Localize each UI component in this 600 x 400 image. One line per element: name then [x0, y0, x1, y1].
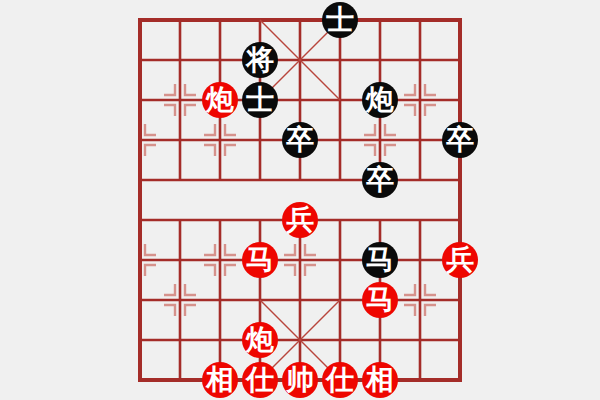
- pieces-layer: 士将炮士炮卒卒卒兵马马兵马炮相仕帅仕相: [120, 0, 480, 400]
- red-cannon[interactable]: 炮: [202, 82, 238, 118]
- red-soldier[interactable]: 兵: [442, 242, 478, 278]
- xiangqi-board: 士将炮士炮卒卒卒兵马马兵马炮相仕帅仕相: [0, 0, 600, 400]
- red-elephant[interactable]: 相: [362, 362, 398, 398]
- red-horse[interactable]: 马: [242, 242, 278, 278]
- red-advisor[interactable]: 仕: [322, 362, 358, 398]
- black-advisor[interactable]: 士: [242, 82, 278, 118]
- black-general[interactable]: 将: [242, 42, 278, 78]
- black-advisor[interactable]: 士: [322, 2, 358, 38]
- red-advisor[interactable]: 仕: [242, 362, 278, 398]
- black-soldier[interactable]: 卒: [442, 122, 478, 158]
- black-horse[interactable]: 马: [362, 242, 398, 278]
- black-cannon[interactable]: 炮: [362, 82, 398, 118]
- red-cannon[interactable]: 炮: [242, 322, 278, 358]
- red-soldier[interactable]: 兵: [282, 202, 318, 238]
- red-general[interactable]: 帅: [282, 362, 318, 398]
- black-soldier[interactable]: 卒: [362, 162, 398, 198]
- red-horse[interactable]: 马: [362, 282, 398, 318]
- red-elephant[interactable]: 相: [202, 362, 238, 398]
- black-soldier[interactable]: 卒: [282, 122, 318, 158]
